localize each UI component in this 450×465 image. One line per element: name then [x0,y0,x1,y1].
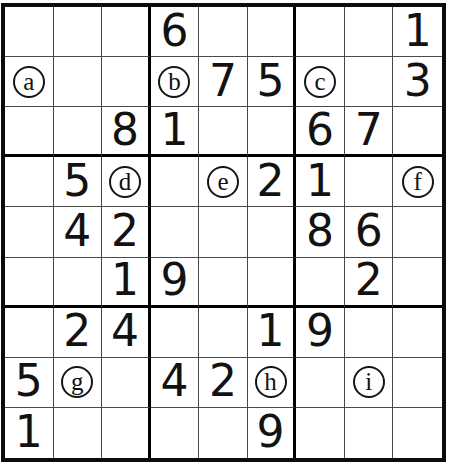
cell-r5c4[interactable] [151,207,200,257]
cell-r8c5[interactable]: 2 [199,358,248,408]
cell-r1c9[interactable]: 1 [393,7,442,57]
cell-r3c7[interactable]: 6 [296,107,345,157]
circled-letter-f: f [402,166,434,198]
cell-r6c5[interactable] [199,258,248,308]
cell-r6c8[interactable]: 2 [345,258,394,308]
circled-letter-a: a [13,66,45,98]
cell-r1c6[interactable] [248,7,297,57]
cell-r2c3[interactable] [102,57,151,107]
given-digit: 1 [15,410,43,454]
cell-r3c1[interactable] [5,107,54,157]
cell-r8c6[interactable]: h [248,358,297,408]
cell-r9c1[interactable]: 1 [5,408,54,458]
given-digit: 2 [355,258,383,302]
cell-r1c4[interactable]: 6 [151,7,200,57]
cell-r3c6[interactable] [248,107,297,157]
cell-r8c1[interactable]: 5 [5,358,54,408]
given-digit: 8 [306,209,334,253]
cell-r2c1[interactable]: a [5,57,54,107]
given-digit: 1 [306,159,334,203]
cell-r1c8[interactable] [345,7,394,57]
cell-r9c4[interactable] [151,408,200,458]
cell-r6c9[interactable] [393,258,442,308]
cell-r4c7[interactable]: 1 [296,157,345,207]
circled-letter-d: d [109,166,141,198]
cell-r8c4[interactable]: 4 [151,358,200,408]
cell-r1c1[interactable] [5,7,54,57]
cell-r5c1[interactable] [5,207,54,257]
given-digit: 9 [306,309,334,353]
circled-letter-b: b [158,66,190,98]
cell-r9c2[interactable] [54,408,103,458]
cell-r3c5[interactable] [199,107,248,157]
cell-r4c9[interactable]: f [393,157,442,207]
given-digit: 1 [404,9,432,53]
cell-r2c8[interactable] [345,57,394,107]
cell-r8c3[interactable] [102,358,151,408]
cell-r6c4[interactable]: 9 [151,258,200,308]
cell-r4c3[interactable]: d [102,157,151,207]
cell-r8c7[interactable] [296,358,345,408]
cell-r3c3[interactable]: 8 [102,107,151,157]
cell-r9c8[interactable] [345,408,394,458]
cell-r9c5[interactable] [199,408,248,458]
cell-r5c5[interactable] [199,207,248,257]
given-digit: 2 [63,309,91,353]
given-digit: 2 [257,159,285,203]
cell-r6c2[interactable] [54,258,103,308]
cell-r2c6[interactable]: 5 [248,57,297,107]
cell-r5c9[interactable] [393,207,442,257]
cell-r8c9[interactable] [393,358,442,408]
given-digit: 6 [355,209,383,253]
cell-r8c2[interactable]: g [54,358,103,408]
cell-r3c4[interactable]: 1 [151,107,200,157]
given-digit: 7 [209,59,237,103]
given-digit: 1 [257,309,285,353]
given-digit: 5 [257,59,285,103]
cell-r7c6[interactable]: 1 [248,308,297,358]
cell-r1c5[interactable] [199,7,248,57]
cell-r4c4[interactable] [151,157,200,207]
circled-letter-g: g [61,366,93,398]
cell-r1c3[interactable] [102,7,151,57]
given-digit: 4 [63,209,91,253]
cell-r6c7[interactable] [296,258,345,308]
given-digit: 2 [111,209,139,253]
cell-r1c7[interactable] [296,7,345,57]
given-digit: 1 [111,258,139,302]
given-digit: 9 [257,410,285,454]
cell-r9c3[interactable] [102,408,151,458]
cell-r5c3[interactable]: 2 [102,207,151,257]
cell-r4c2[interactable]: 5 [54,157,103,207]
cell-r4c6[interactable]: 2 [248,157,297,207]
given-digit: 2 [209,359,237,403]
sudoku-board: 61ab75c381675de21f428619224195g42hi19 [1,3,446,462]
cell-r7c4[interactable] [151,308,200,358]
cell-r2c2[interactable] [54,57,103,107]
given-digit: 8 [111,108,139,152]
cell-r6c3[interactable]: 1 [102,258,151,308]
cell-r5c6[interactable] [248,207,297,257]
cell-r7c1[interactable] [5,308,54,358]
cell-r7c5[interactable] [199,308,248,358]
cell-r7c2[interactable]: 2 [54,308,103,358]
cell-r7c9[interactable] [393,308,442,358]
circled-letter-e: e [207,166,239,198]
cell-r2c4[interactable]: b [151,57,200,107]
circled-letter-c: c [304,66,336,98]
cell-r3c2[interactable] [54,107,103,157]
cell-r7c7[interactable]: 9 [296,308,345,358]
cell-r9c9[interactable] [393,408,442,458]
cell-r4c1[interactable] [5,157,54,207]
cell-r9c7[interactable] [296,408,345,458]
cell-r2c5[interactable]: 7 [199,57,248,107]
cell-r5c2[interactable]: 4 [54,207,103,257]
given-digit: 4 [111,309,139,353]
cell-r3c9[interactable] [393,107,442,157]
cell-r6c6[interactable] [248,258,297,308]
cell-r5c7[interactable]: 8 [296,207,345,257]
given-digit: 6 [306,108,334,152]
given-digit: 4 [160,359,188,403]
cell-r5c8[interactable]: 6 [345,207,394,257]
cell-r7c8[interactable] [345,308,394,358]
cell-r8c8[interactable]: i [345,358,394,408]
cell-r7c3[interactable]: 4 [102,308,151,358]
cell-r2c9[interactable]: 3 [393,57,442,107]
given-digit: 5 [15,359,43,403]
given-digit: 6 [160,9,188,53]
given-digit: 9 [160,258,188,302]
cell-r3c8[interactable]: 7 [345,107,394,157]
cell-r9c6[interactable]: 9 [248,408,297,458]
cell-r4c8[interactable] [345,157,394,207]
cell-r2c7[interactable]: c [296,57,345,107]
given-digit: 3 [404,59,432,103]
cell-r4c5[interactable]: e [199,157,248,207]
given-digit: 1 [160,108,188,152]
cell-r1c2[interactable] [54,7,103,57]
given-digit: 7 [355,108,383,152]
circled-letter-h: h [255,366,287,398]
cell-r6c1[interactable] [5,258,54,308]
circled-letter-i: i [353,366,385,398]
given-digit: 5 [63,159,91,203]
